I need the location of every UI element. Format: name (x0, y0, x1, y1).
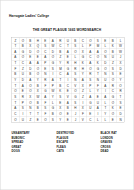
word-item: CATS (57, 149, 75, 154)
grid-cell: L (94, 117, 102, 123)
worksheet-screenshot: Harrogate Ladies' College THE GREAT PLAG… (0, 0, 134, 190)
grid-cell: J (72, 117, 80, 123)
grid-cell: E (34, 117, 42, 123)
wordsearch-grid: ZOBHEARUBCOSEBLTBXQSWCTSLPMLKWAGDOCDBAOX… (12, 38, 125, 123)
grid-cell: E (109, 117, 117, 123)
grid-cell: V (79, 117, 87, 123)
grid-cell: C (87, 117, 95, 123)
word-list-column-3: BLACK RATLONDONGRAVESCROSSDEAD (101, 131, 117, 154)
grid-cell: Y (57, 117, 65, 123)
grid-cell: E (64, 117, 72, 123)
worksheet-page: Harrogate Ladies' College THE GREAT PLAG… (0, 0, 134, 190)
grid-cell: O (42, 117, 50, 123)
grid-cell: N (117, 117, 125, 123)
grid-cell: U (19, 117, 27, 123)
grid-cell: Z (27, 117, 35, 123)
word-list-column-1: UNSANITARYBUBONICSPREADGREATDOGS (12, 131, 30, 154)
grid-cell: L (102, 117, 110, 123)
puzzle-title: THE GREAT PLAGUE 1665 WORDSEARCH (1, 28, 134, 32)
grid-cell: S (49, 117, 57, 123)
grid-cell: O (12, 117, 20, 123)
word-item: DEAD (101, 149, 117, 154)
word-item: DOGS (12, 149, 30, 154)
word-list-column-2: DESTROYEDPLAGUEESCAPEFLEASCATS (57, 131, 75, 154)
school-name: Harrogate Ladies' College (9, 14, 49, 18)
